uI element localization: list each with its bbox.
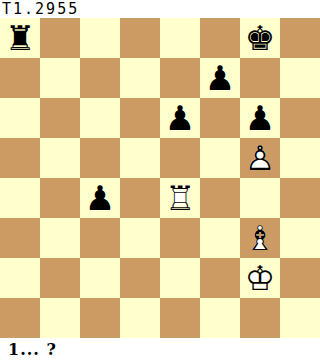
square-g5[interactable]: ♟♙ (240, 138, 280, 178)
black-rook[interactable]: ♜ (0, 18, 40, 58)
square-a3[interactable] (0, 218, 40, 258)
white-rook[interactable]: ♜♖ (160, 178, 200, 218)
square-e4[interactable]: ♜♖ (160, 178, 200, 218)
white-piece-outline: ♖ (160, 178, 200, 218)
chess-app-window: T1.2955 ♜♚♟♟♟♟♙♟♜♖♝♗♚♔ 1... ? (0, 0, 320, 360)
square-h4[interactable] (280, 178, 320, 218)
square-g3[interactable]: ♝♗ (240, 218, 280, 258)
square-g4[interactable] (240, 178, 280, 218)
square-f5[interactable] (200, 138, 240, 178)
square-c7[interactable] (80, 58, 120, 98)
square-g7[interactable] (240, 58, 280, 98)
square-e1[interactable] (160, 298, 200, 338)
move-prompt: 1... ? (8, 340, 57, 359)
square-d3[interactable] (120, 218, 160, 258)
square-c4[interactable]: ♟ (80, 178, 120, 218)
square-e2[interactable] (160, 258, 200, 298)
black-piece-glyph: ♟ (160, 98, 200, 138)
square-c2[interactable] (80, 258, 120, 298)
square-a4[interactable] (0, 178, 40, 218)
square-g6[interactable]: ♟ (240, 98, 280, 138)
square-b3[interactable] (40, 218, 80, 258)
square-f8[interactable] (200, 18, 240, 58)
square-e5[interactable] (160, 138, 200, 178)
black-piece-glyph: ♜ (0, 18, 40, 58)
square-d8[interactable] (120, 18, 160, 58)
white-king[interactable]: ♚♔ (240, 258, 280, 298)
black-piece-glyph: ♟ (240, 98, 280, 138)
square-f3[interactable] (200, 218, 240, 258)
square-b5[interactable] (40, 138, 80, 178)
white-pawn[interactable]: ♟♙ (240, 138, 280, 178)
square-c3[interactable] (80, 218, 120, 258)
square-c1[interactable] (80, 298, 120, 338)
square-e7[interactable] (160, 58, 200, 98)
square-a1[interactable] (0, 298, 40, 338)
square-b1[interactable] (40, 298, 80, 338)
status-bar: 1... ? (0, 338, 320, 360)
square-f1[interactable] (200, 298, 240, 338)
puzzle-title: T1.2955 (2, 0, 79, 18)
square-c5[interactable] (80, 138, 120, 178)
square-a5[interactable] (0, 138, 40, 178)
square-b6[interactable] (40, 98, 80, 138)
square-b8[interactable] (40, 18, 80, 58)
square-d6[interactable] (120, 98, 160, 138)
square-h1[interactable] (280, 298, 320, 338)
square-h7[interactable] (280, 58, 320, 98)
black-pawn[interactable]: ♟ (200, 58, 240, 98)
square-f6[interactable] (200, 98, 240, 138)
square-e3[interactable] (160, 218, 200, 258)
square-f4[interactable] (200, 178, 240, 218)
white-bishop[interactable]: ♝♗ (240, 218, 280, 258)
square-h5[interactable] (280, 138, 320, 178)
square-d2[interactable] (120, 258, 160, 298)
square-e6[interactable]: ♟ (160, 98, 200, 138)
square-h8[interactable] (280, 18, 320, 58)
black-piece-glyph: ♟ (80, 178, 120, 218)
black-pawn[interactable]: ♟ (80, 178, 120, 218)
square-e8[interactable] (160, 18, 200, 58)
square-h2[interactable] (280, 258, 320, 298)
square-f2[interactable] (200, 258, 240, 298)
square-d4[interactable] (120, 178, 160, 218)
black-piece-glyph: ♟ (200, 58, 240, 98)
white-piece-outline: ♔ (240, 258, 280, 298)
square-b7[interactable] (40, 58, 80, 98)
square-d1[interactable] (120, 298, 160, 338)
square-h6[interactable] (280, 98, 320, 138)
square-c8[interactable] (80, 18, 120, 58)
white-piece-outline: ♗ (240, 218, 280, 258)
chess-board: ♜♚♟♟♟♟♙♟♜♖♝♗♚♔ (0, 18, 320, 338)
square-h3[interactable] (280, 218, 320, 258)
square-f7[interactable]: ♟ (200, 58, 240, 98)
white-piece-outline: ♙ (240, 138, 280, 178)
square-a2[interactable] (0, 258, 40, 298)
square-b2[interactable] (40, 258, 80, 298)
title-bar: T1.2955 (0, 0, 320, 18)
square-d5[interactable] (120, 138, 160, 178)
black-piece-glyph: ♚ (240, 18, 280, 58)
black-pawn[interactable]: ♟ (240, 98, 280, 138)
black-king[interactable]: ♚ (240, 18, 280, 58)
square-a8[interactable]: ♜ (0, 18, 40, 58)
square-a7[interactable] (0, 58, 40, 98)
black-pawn[interactable]: ♟ (160, 98, 200, 138)
square-g1[interactable] (240, 298, 280, 338)
square-c6[interactable] (80, 98, 120, 138)
square-g2[interactable]: ♚♔ (240, 258, 280, 298)
square-a6[interactable] (0, 98, 40, 138)
square-b4[interactable] (40, 178, 80, 218)
square-d7[interactable] (120, 58, 160, 98)
square-g8[interactable]: ♚ (240, 18, 280, 58)
